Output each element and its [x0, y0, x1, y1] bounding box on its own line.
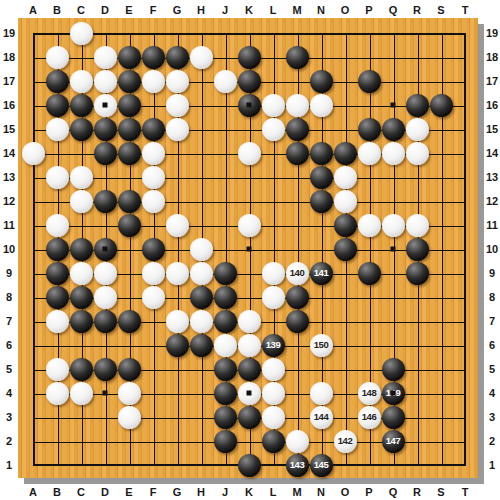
intersection-S6[interactable]: [429, 333, 453, 357]
intersection-S18[interactable]: [429, 45, 453, 69]
intersection-H4[interactable]: [189, 381, 213, 405]
intersection-H19[interactable]: [189, 21, 213, 45]
intersection-Q12[interactable]: [381, 189, 405, 213]
intersection-S8[interactable]: [429, 285, 453, 309]
intersection-C7[interactable]: [69, 309, 93, 333]
intersection-G8[interactable]: [165, 285, 189, 309]
intersection-C17[interactable]: [69, 69, 93, 93]
intersection-Q2[interactable]: 147: [381, 429, 405, 453]
intersection-J15[interactable]: [213, 117, 237, 141]
intersection-J4[interactable]: [213, 381, 237, 405]
intersection-M3[interactable]: [285, 405, 309, 429]
intersection-Q19[interactable]: [381, 21, 405, 45]
intersection-R11[interactable]: [405, 213, 429, 237]
intersection-A12[interactable]: [21, 189, 45, 213]
intersection-K5[interactable]: [237, 357, 261, 381]
intersection-P19[interactable]: [357, 21, 381, 45]
intersection-H6[interactable]: [189, 333, 213, 357]
intersection-E2[interactable]: [117, 429, 141, 453]
intersection-R6[interactable]: [405, 333, 429, 357]
intersection-N15[interactable]: [309, 117, 333, 141]
intersection-H2[interactable]: [189, 429, 213, 453]
intersection-O8[interactable]: [333, 285, 357, 309]
intersection-P7[interactable]: [357, 309, 381, 333]
intersection-R5[interactable]: [405, 357, 429, 381]
intersection-J17[interactable]: [213, 69, 237, 93]
intersection-C16[interactable]: [69, 93, 93, 117]
intersection-F17[interactable]: [141, 69, 165, 93]
intersection-N19[interactable]: [309, 21, 333, 45]
intersection-C4[interactable]: [69, 381, 93, 405]
intersection-Q11[interactable]: [381, 213, 405, 237]
intersection-C8[interactable]: [69, 285, 93, 309]
intersection-E13[interactable]: [117, 165, 141, 189]
intersection-E10[interactable]: [117, 237, 141, 261]
intersection-G2[interactable]: [165, 429, 189, 453]
intersection-M19[interactable]: [285, 21, 309, 45]
intersection-A14[interactable]: [21, 141, 45, 165]
intersection-C1[interactable]: [69, 453, 93, 477]
intersection-D7[interactable]: [93, 309, 117, 333]
intersection-D1[interactable]: [93, 453, 117, 477]
intersection-D9[interactable]: [93, 261, 117, 285]
intersection-T6[interactable]: [453, 333, 477, 357]
intersection-T7[interactable]: [453, 309, 477, 333]
intersection-C10[interactable]: [69, 237, 93, 261]
intersection-K13[interactable]: [237, 165, 261, 189]
intersection-M1[interactable]: 143: [285, 453, 309, 477]
intersection-A2[interactable]: [21, 429, 45, 453]
intersection-C6[interactable]: [69, 333, 93, 357]
intersection-P3[interactable]: 146: [357, 405, 381, 429]
intersection-Q9[interactable]: [381, 261, 405, 285]
intersection-L15[interactable]: [261, 117, 285, 141]
intersection-A17[interactable]: [21, 69, 45, 93]
intersection-M10[interactable]: [285, 237, 309, 261]
intersection-O10[interactable]: [333, 237, 357, 261]
intersection-O16[interactable]: [333, 93, 357, 117]
intersection-J1[interactable]: [213, 453, 237, 477]
intersection-K8[interactable]: [237, 285, 261, 309]
intersection-M18[interactable]: [285, 45, 309, 69]
intersection-P18[interactable]: [357, 45, 381, 69]
intersection-B5[interactable]: [45, 357, 69, 381]
intersection-L9[interactable]: [261, 261, 285, 285]
intersection-D6[interactable]: [93, 333, 117, 357]
intersection-N3[interactable]: 144: [309, 405, 333, 429]
intersection-K3[interactable]: [237, 405, 261, 429]
intersection-L2[interactable]: [261, 429, 285, 453]
intersection-G15[interactable]: [165, 117, 189, 141]
intersection-D8[interactable]: [93, 285, 117, 309]
intersection-H10[interactable]: [189, 237, 213, 261]
intersection-G1[interactable]: [165, 453, 189, 477]
intersection-M13[interactable]: [285, 165, 309, 189]
intersection-Q1[interactable]: [381, 453, 405, 477]
intersection-R17[interactable]: [405, 69, 429, 93]
intersection-B13[interactable]: [45, 165, 69, 189]
intersection-A4[interactable]: [21, 381, 45, 405]
intersection-T15[interactable]: [453, 117, 477, 141]
intersection-B12[interactable]: [45, 189, 69, 213]
intersection-P11[interactable]: [357, 213, 381, 237]
intersection-B10[interactable]: [45, 237, 69, 261]
intersection-D2[interactable]: [93, 429, 117, 453]
intersection-G12[interactable]: [165, 189, 189, 213]
intersection-T9[interactable]: [453, 261, 477, 285]
intersection-R13[interactable]: [405, 165, 429, 189]
intersection-Q14[interactable]: [381, 141, 405, 165]
intersection-A8[interactable]: [21, 285, 45, 309]
intersection-E4[interactable]: [117, 381, 141, 405]
intersection-C15[interactable]: [69, 117, 93, 141]
intersection-B2[interactable]: [45, 429, 69, 453]
intersection-A7[interactable]: [21, 309, 45, 333]
intersection-H8[interactable]: [189, 285, 213, 309]
intersection-K11[interactable]: [237, 213, 261, 237]
intersection-M5[interactable]: [285, 357, 309, 381]
intersection-O17[interactable]: [333, 69, 357, 93]
intersection-B19[interactable]: [45, 21, 69, 45]
intersection-P12[interactable]: [357, 189, 381, 213]
intersection-C2[interactable]: [69, 429, 93, 453]
intersection-H9[interactable]: [189, 261, 213, 285]
intersection-S11[interactable]: [429, 213, 453, 237]
intersection-E3[interactable]: [117, 405, 141, 429]
intersection-T19[interactable]: [453, 21, 477, 45]
intersection-L5[interactable]: [261, 357, 285, 381]
intersection-L7[interactable]: [261, 309, 285, 333]
intersection-A19[interactable]: [21, 21, 45, 45]
intersection-G13[interactable]: [165, 165, 189, 189]
intersection-A13[interactable]: [21, 165, 45, 189]
intersection-S1[interactable]: [429, 453, 453, 477]
intersection-A3[interactable]: [21, 405, 45, 429]
intersection-F2[interactable]: [141, 429, 165, 453]
intersection-F5[interactable]: [141, 357, 165, 381]
intersection-J7[interactable]: [213, 309, 237, 333]
intersection-O6[interactable]: [333, 333, 357, 357]
intersection-P2[interactable]: [357, 429, 381, 453]
intersection-P6[interactable]: [357, 333, 381, 357]
intersection-H15[interactable]: [189, 117, 213, 141]
intersection-L19[interactable]: [261, 21, 285, 45]
intersection-A15[interactable]: [21, 117, 45, 141]
intersection-A1[interactable]: [21, 453, 45, 477]
intersection-N7[interactable]: [309, 309, 333, 333]
intersection-N6[interactable]: 150: [309, 333, 333, 357]
intersection-H11[interactable]: [189, 213, 213, 237]
intersection-A11[interactable]: [21, 213, 45, 237]
intersection-E19[interactable]: [117, 21, 141, 45]
intersection-K6[interactable]: [237, 333, 261, 357]
intersection-B14[interactable]: [45, 141, 69, 165]
intersection-Q6[interactable]: [381, 333, 405, 357]
intersection-N5[interactable]: [309, 357, 333, 381]
intersection-F16[interactable]: [141, 93, 165, 117]
intersection-L1[interactable]: [261, 453, 285, 477]
intersection-N12[interactable]: [309, 189, 333, 213]
intersection-G5[interactable]: [165, 357, 189, 381]
intersection-H7[interactable]: [189, 309, 213, 333]
intersection-Q17[interactable]: [381, 69, 405, 93]
intersection-N11[interactable]: [309, 213, 333, 237]
intersection-C13[interactable]: [69, 165, 93, 189]
intersection-P14[interactable]: [357, 141, 381, 165]
intersection-C3[interactable]: [69, 405, 93, 429]
intersection-O3[interactable]: [333, 405, 357, 429]
intersection-F9[interactable]: [141, 261, 165, 285]
intersection-T8[interactable]: [453, 285, 477, 309]
intersection-B6[interactable]: [45, 333, 69, 357]
intersection-O13[interactable]: [333, 165, 357, 189]
intersection-G16[interactable]: [165, 93, 189, 117]
intersection-L10[interactable]: [261, 237, 285, 261]
intersection-P1[interactable]: [357, 453, 381, 477]
intersection-L8[interactable]: [261, 285, 285, 309]
intersection-F3[interactable]: [141, 405, 165, 429]
intersection-G17[interactable]: [165, 69, 189, 93]
intersection-K1[interactable]: [237, 453, 261, 477]
intersection-N1[interactable]: 145: [309, 453, 333, 477]
intersection-R8[interactable]: [405, 285, 429, 309]
intersection-R9[interactable]: [405, 261, 429, 285]
intersection-Q7[interactable]: [381, 309, 405, 333]
intersection-C14[interactable]: [69, 141, 93, 165]
intersection-H13[interactable]: [189, 165, 213, 189]
intersection-N18[interactable]: [309, 45, 333, 69]
intersection-R4[interactable]: [405, 381, 429, 405]
intersection-M11[interactable]: [285, 213, 309, 237]
intersection-N13[interactable]: [309, 165, 333, 189]
intersection-E16[interactable]: [117, 93, 141, 117]
intersection-K17[interactable]: [237, 69, 261, 93]
intersection-L6[interactable]: 139: [261, 333, 285, 357]
intersection-K14[interactable]: [237, 141, 261, 165]
intersection-M6[interactable]: [285, 333, 309, 357]
intersection-R12[interactable]: [405, 189, 429, 213]
intersection-C11[interactable]: [69, 213, 93, 237]
intersection-L3[interactable]: [261, 405, 285, 429]
intersection-O9[interactable]: [333, 261, 357, 285]
intersection-B9[interactable]: [45, 261, 69, 285]
intersection-J13[interactable]: [213, 165, 237, 189]
intersection-A9[interactable]: [21, 261, 45, 285]
intersection-Q3[interactable]: [381, 405, 405, 429]
intersection-F15[interactable]: [141, 117, 165, 141]
intersection-F11[interactable]: [141, 213, 165, 237]
intersection-B8[interactable]: [45, 285, 69, 309]
intersection-C19[interactable]: [69, 21, 93, 45]
intersection-P17[interactable]: [357, 69, 381, 93]
intersection-T18[interactable]: [453, 45, 477, 69]
intersection-G6[interactable]: [165, 333, 189, 357]
intersection-O12[interactable]: [333, 189, 357, 213]
intersection-M16[interactable]: [285, 93, 309, 117]
intersection-D14[interactable]: [93, 141, 117, 165]
intersection-G14[interactable]: [165, 141, 189, 165]
intersection-F7[interactable]: [141, 309, 165, 333]
intersection-S19[interactable]: [429, 21, 453, 45]
intersection-C12[interactable]: [69, 189, 93, 213]
intersection-P15[interactable]: [357, 117, 381, 141]
intersection-D15[interactable]: [93, 117, 117, 141]
intersection-Q13[interactable]: [381, 165, 405, 189]
intersection-J18[interactable]: [213, 45, 237, 69]
intersection-B3[interactable]: [45, 405, 69, 429]
intersection-E12[interactable]: [117, 189, 141, 213]
intersection-M7[interactable]: [285, 309, 309, 333]
intersection-G11[interactable]: [165, 213, 189, 237]
intersection-B11[interactable]: [45, 213, 69, 237]
intersection-B18[interactable]: [45, 45, 69, 69]
intersection-N2[interactable]: [309, 429, 333, 453]
intersection-S4[interactable]: [429, 381, 453, 405]
intersection-F14[interactable]: [141, 141, 165, 165]
intersection-F13[interactable]: [141, 165, 165, 189]
intersection-S3[interactable]: [429, 405, 453, 429]
intersection-S9[interactable]: [429, 261, 453, 285]
intersection-P4[interactable]: 148: [357, 381, 381, 405]
intersection-N10[interactable]: [309, 237, 333, 261]
intersection-R2[interactable]: [405, 429, 429, 453]
intersection-R14[interactable]: [405, 141, 429, 165]
intersection-M17[interactable]: [285, 69, 309, 93]
intersection-T2[interactable]: [453, 429, 477, 453]
intersection-A16[interactable]: [21, 93, 45, 117]
intersection-J14[interactable]: [213, 141, 237, 165]
intersection-G18[interactable]: [165, 45, 189, 69]
intersection-H3[interactable]: [189, 405, 213, 429]
intersection-M9[interactable]: 140: [285, 261, 309, 285]
intersection-E15[interactable]: [117, 117, 141, 141]
intersection-T4[interactable]: [453, 381, 477, 405]
intersection-F12[interactable]: [141, 189, 165, 213]
intersection-K7[interactable]: [237, 309, 261, 333]
intersection-D18[interactable]: [93, 45, 117, 69]
intersection-A18[interactable]: [21, 45, 45, 69]
intersection-E5[interactable]: [117, 357, 141, 381]
intersection-T12[interactable]: [453, 189, 477, 213]
intersection-N9[interactable]: 141: [309, 261, 333, 285]
intersection-R1[interactable]: [405, 453, 429, 477]
intersection-T5[interactable]: [453, 357, 477, 381]
intersection-G10[interactable]: [165, 237, 189, 261]
intersection-A6[interactable]: [21, 333, 45, 357]
intersection-F8[interactable]: [141, 285, 165, 309]
intersection-M15[interactable]: [285, 117, 309, 141]
intersection-S16[interactable]: [429, 93, 453, 117]
intersection-H16[interactable]: [189, 93, 213, 117]
intersection-O2[interactable]: 142: [333, 429, 357, 453]
intersection-F1[interactable]: [141, 453, 165, 477]
intersection-N16[interactable]: [309, 93, 333, 117]
intersection-M12[interactable]: [285, 189, 309, 213]
intersection-J5[interactable]: [213, 357, 237, 381]
intersection-L16[interactable]: [261, 93, 285, 117]
intersection-J8[interactable]: [213, 285, 237, 309]
intersection-L17[interactable]: [261, 69, 285, 93]
intersection-R16[interactable]: [405, 93, 429, 117]
intersection-T14[interactable]: [453, 141, 477, 165]
intersection-C9[interactable]: [69, 261, 93, 285]
intersection-M2[interactable]: [285, 429, 309, 453]
intersection-F6[interactable]: [141, 333, 165, 357]
intersection-O5[interactable]: [333, 357, 357, 381]
intersection-S10[interactable]: [429, 237, 453, 261]
intersection-S14[interactable]: [429, 141, 453, 165]
intersection-J9[interactable]: [213, 261, 237, 285]
intersection-Q15[interactable]: [381, 117, 405, 141]
intersection-A10[interactable]: [21, 237, 45, 261]
intersection-G19[interactable]: [165, 21, 189, 45]
intersection-R10[interactable]: [405, 237, 429, 261]
intersection-P5[interactable]: [357, 357, 381, 381]
intersection-C18[interactable]: [69, 45, 93, 69]
intersection-L13[interactable]: [261, 165, 285, 189]
intersection-B1[interactable]: [45, 453, 69, 477]
intersection-B16[interactable]: [45, 93, 69, 117]
intersection-E6[interactable]: [117, 333, 141, 357]
intersection-E18[interactable]: [117, 45, 141, 69]
intersection-D12[interactable]: [93, 189, 117, 213]
intersection-K15[interactable]: [237, 117, 261, 141]
intersection-B7[interactable]: [45, 309, 69, 333]
intersection-O1[interactable]: [333, 453, 357, 477]
intersection-J6[interactable]: [213, 333, 237, 357]
intersection-R19[interactable]: [405, 21, 429, 45]
intersection-O11[interactable]: [333, 213, 357, 237]
intersection-K19[interactable]: [237, 21, 261, 45]
intersection-L11[interactable]: [261, 213, 285, 237]
intersection-D3[interactable]: [93, 405, 117, 429]
intersection-D19[interactable]: [93, 21, 117, 45]
intersection-O19[interactable]: [333, 21, 357, 45]
intersection-E11[interactable]: [117, 213, 141, 237]
intersection-T11[interactable]: [453, 213, 477, 237]
intersection-S2[interactable]: [429, 429, 453, 453]
intersection-P8[interactable]: [357, 285, 381, 309]
intersection-K9[interactable]: [237, 261, 261, 285]
intersection-G3[interactable]: [165, 405, 189, 429]
intersection-M8[interactable]: [285, 285, 309, 309]
intersection-S12[interactable]: [429, 189, 453, 213]
intersection-F10[interactable]: [141, 237, 165, 261]
intersection-Q5[interactable]: [381, 357, 405, 381]
intersection-P16[interactable]: [357, 93, 381, 117]
intersection-N8[interactable]: [309, 285, 333, 309]
intersection-T13[interactable]: [453, 165, 477, 189]
intersection-F19[interactable]: [141, 21, 165, 45]
intersection-H1[interactable]: [189, 453, 213, 477]
intersection-H17[interactable]: [189, 69, 213, 93]
intersection-D11[interactable]: [93, 213, 117, 237]
intersection-D17[interactable]: [93, 69, 117, 93]
intersection-M14[interactable]: [285, 141, 309, 165]
intersection-O15[interactable]: [333, 117, 357, 141]
intersection-K2[interactable]: [237, 429, 261, 453]
intersection-J19[interactable]: [213, 21, 237, 45]
intersection-E9[interactable]: [117, 261, 141, 285]
intersection-E8[interactable]: [117, 285, 141, 309]
intersection-J3[interactable]: [213, 405, 237, 429]
intersection-O18[interactable]: [333, 45, 357, 69]
intersection-R18[interactable]: [405, 45, 429, 69]
intersection-P13[interactable]: [357, 165, 381, 189]
intersection-K12[interactable]: [237, 189, 261, 213]
intersection-L12[interactable]: [261, 189, 285, 213]
intersection-J11[interactable]: [213, 213, 237, 237]
